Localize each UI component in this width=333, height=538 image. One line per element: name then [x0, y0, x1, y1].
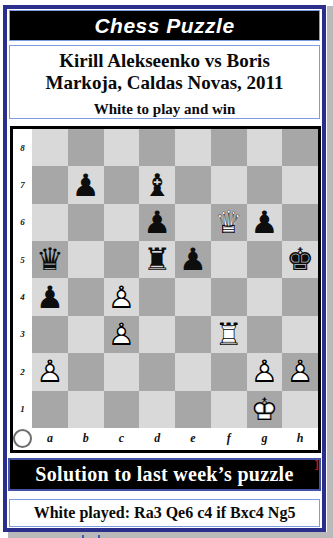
square-d7: ♝: [139, 166, 175, 203]
square-a7: [32, 166, 68, 203]
square-e3: [175, 316, 211, 353]
rank-label-4: 4: [13, 278, 32, 315]
rank-label-2: 2: [13, 353, 32, 390]
square-g4: [247, 278, 283, 315]
square-b8: [68, 129, 104, 166]
white-pawn: ♙: [32, 353, 68, 390]
square-b1: [68, 391, 104, 428]
edge-shadow-right: [327, 6, 333, 538]
square-h3: [282, 316, 318, 353]
black-queen: ♛: [32, 241, 68, 278]
square-e6: [175, 204, 211, 241]
square-h1: [282, 391, 318, 428]
white-rook: ♖: [211, 316, 247, 353]
square-f3: ♜♖: [211, 316, 247, 353]
black-pawn: ♟: [32, 278, 68, 315]
solution-panel: White played: Ra3 Qe6 c4 if Bxc4 Ng5: [9, 499, 320, 527]
header-bar: Chess Puzzle: [9, 10, 320, 41]
square-c5: [104, 241, 140, 278]
square-a6: [32, 204, 68, 241]
square-e2: [175, 353, 211, 390]
rank-label-6: 6: [13, 204, 32, 241]
rank-label-7: 7: [13, 166, 32, 203]
white-pawn: ♙: [282, 353, 318, 390]
white-king: ♔: [247, 391, 283, 428]
black-pawn: ♟: [139, 204, 175, 241]
file-label-b: b: [68, 428, 104, 450]
square-d8: [139, 129, 175, 166]
file-label-h: h: [282, 428, 318, 450]
square-f6: ♛♕: [211, 204, 247, 241]
chessboard-grid: 87♟♝6♟♛♕♟5♛♜♟♚4♟♟♙3♟♙♜♖2♟♙♟♙♟♙1♚♔abcdefg…: [13, 129, 318, 450]
square-a4: ♟: [32, 278, 68, 315]
white-to-move-circle: [13, 429, 32, 448]
square-g5: [247, 241, 283, 278]
square-a1: [32, 391, 68, 428]
white-queen: ♕: [211, 204, 247, 241]
square-c6: [104, 204, 140, 241]
square-h5: ♚: [282, 241, 318, 278]
square-d4: [139, 278, 175, 315]
page-frame: Chess Puzzle Kirill Alekseenko vs Boris …: [3, 5, 326, 532]
edge-shadow-bottom: [8, 532, 327, 538]
solution-banner: Solution to last week’s puzzle: [8, 458, 321, 491]
square-b7: ♟: [68, 166, 104, 203]
square-f1: [211, 391, 247, 428]
square-a8: [32, 129, 68, 166]
square-f2: [211, 353, 247, 390]
square-c4: ♟♙: [104, 278, 140, 315]
file-label-a: a: [32, 428, 68, 450]
square-c3: ♟♙: [104, 316, 140, 353]
solution-banner-label: Solution to last week’s puzzle: [35, 463, 293, 486]
black-pawn: ♟: [175, 241, 211, 278]
square-c2: [104, 353, 140, 390]
square-g7: [247, 166, 283, 203]
square-d3: [139, 316, 175, 353]
rank-label-1: 1: [13, 391, 32, 428]
square-g2: ♟♙: [247, 353, 283, 390]
black-bishop: ♝: [139, 166, 175, 203]
square-h4: [282, 278, 318, 315]
square-b2: [68, 353, 104, 390]
square-e7: [175, 166, 211, 203]
square-g6: ♟: [247, 204, 283, 241]
square-c8: [104, 129, 140, 166]
square-b5: [68, 241, 104, 278]
square-e5: ♟: [175, 241, 211, 278]
rank-label-5: 5: [13, 241, 32, 278]
file-label-f: f: [211, 428, 247, 450]
square-a3: [32, 316, 68, 353]
square-d1: [139, 391, 175, 428]
black-king: ♚: [282, 241, 318, 278]
file-label-e: e: [175, 428, 211, 450]
white-pawn: ♙: [104, 278, 140, 315]
square-f5: [211, 241, 247, 278]
square-f8: [211, 129, 247, 166]
square-e4: [175, 278, 211, 315]
square-a5: ♛: [32, 241, 68, 278]
red-bracket-artifact: ]: [315, 459, 318, 470]
rank-label-8: 8: [13, 129, 32, 166]
white-pawn: ♙: [247, 353, 283, 390]
square-b6: [68, 204, 104, 241]
square-d2: [139, 353, 175, 390]
puzzle-title: Chess Puzzle: [94, 14, 234, 38]
square-c7: [104, 166, 140, 203]
chessboard: 87♟♝6♟♛♕♟5♛♜♟♚4♟♟♙3♟♙♜♖2♟♙♟♙♟♙1♚♔abcdefg…: [10, 126, 321, 453]
solution-text: White played: Ra3 Qe6 c4 if Bxc4 Ng5: [34, 504, 296, 522]
square-f7: [211, 166, 247, 203]
square-b3: [68, 316, 104, 353]
players-line-1: Kirill Alekseenko vs Boris: [10, 50, 319, 72]
square-g3: [247, 316, 283, 353]
square-f4: [211, 278, 247, 315]
square-h7: [282, 166, 318, 203]
players-heading: Kirill Alekseenko vs Boris Markoja, Cald…: [10, 50, 319, 94]
file-label-d: d: [139, 428, 175, 450]
square-c1: [104, 391, 140, 428]
black-rook: ♜: [139, 241, 175, 278]
square-h6: [282, 204, 318, 241]
white-pawn: ♙: [104, 316, 140, 353]
instruction-text: White to play and win: [10, 101, 319, 118]
square-d6: ♟: [139, 204, 175, 241]
square-e8: [175, 129, 211, 166]
to-move-indicator-cell: [13, 428, 32, 450]
square-g1: ♚♔: [247, 391, 283, 428]
black-pawn: ♟: [68, 166, 104, 203]
square-e1: [175, 391, 211, 428]
black-pawn: ♟: [247, 204, 283, 241]
info-panel: Kirill Alekseenko vs Boris Markoja, Cald…: [9, 45, 320, 119]
square-h2: ♟♙: [282, 353, 318, 390]
rank-label-3: 3: [13, 316, 32, 353]
square-d5: ♜: [139, 241, 175, 278]
square-a2: ♟♙: [32, 353, 68, 390]
square-b4: [68, 278, 104, 315]
players-line-2: Markoja, Caldas Novas, 2011: [10, 72, 319, 94]
file-label-g: g: [247, 428, 283, 450]
square-h8: [282, 129, 318, 166]
file-label-c: c: [104, 428, 140, 450]
square-g8: [247, 129, 283, 166]
